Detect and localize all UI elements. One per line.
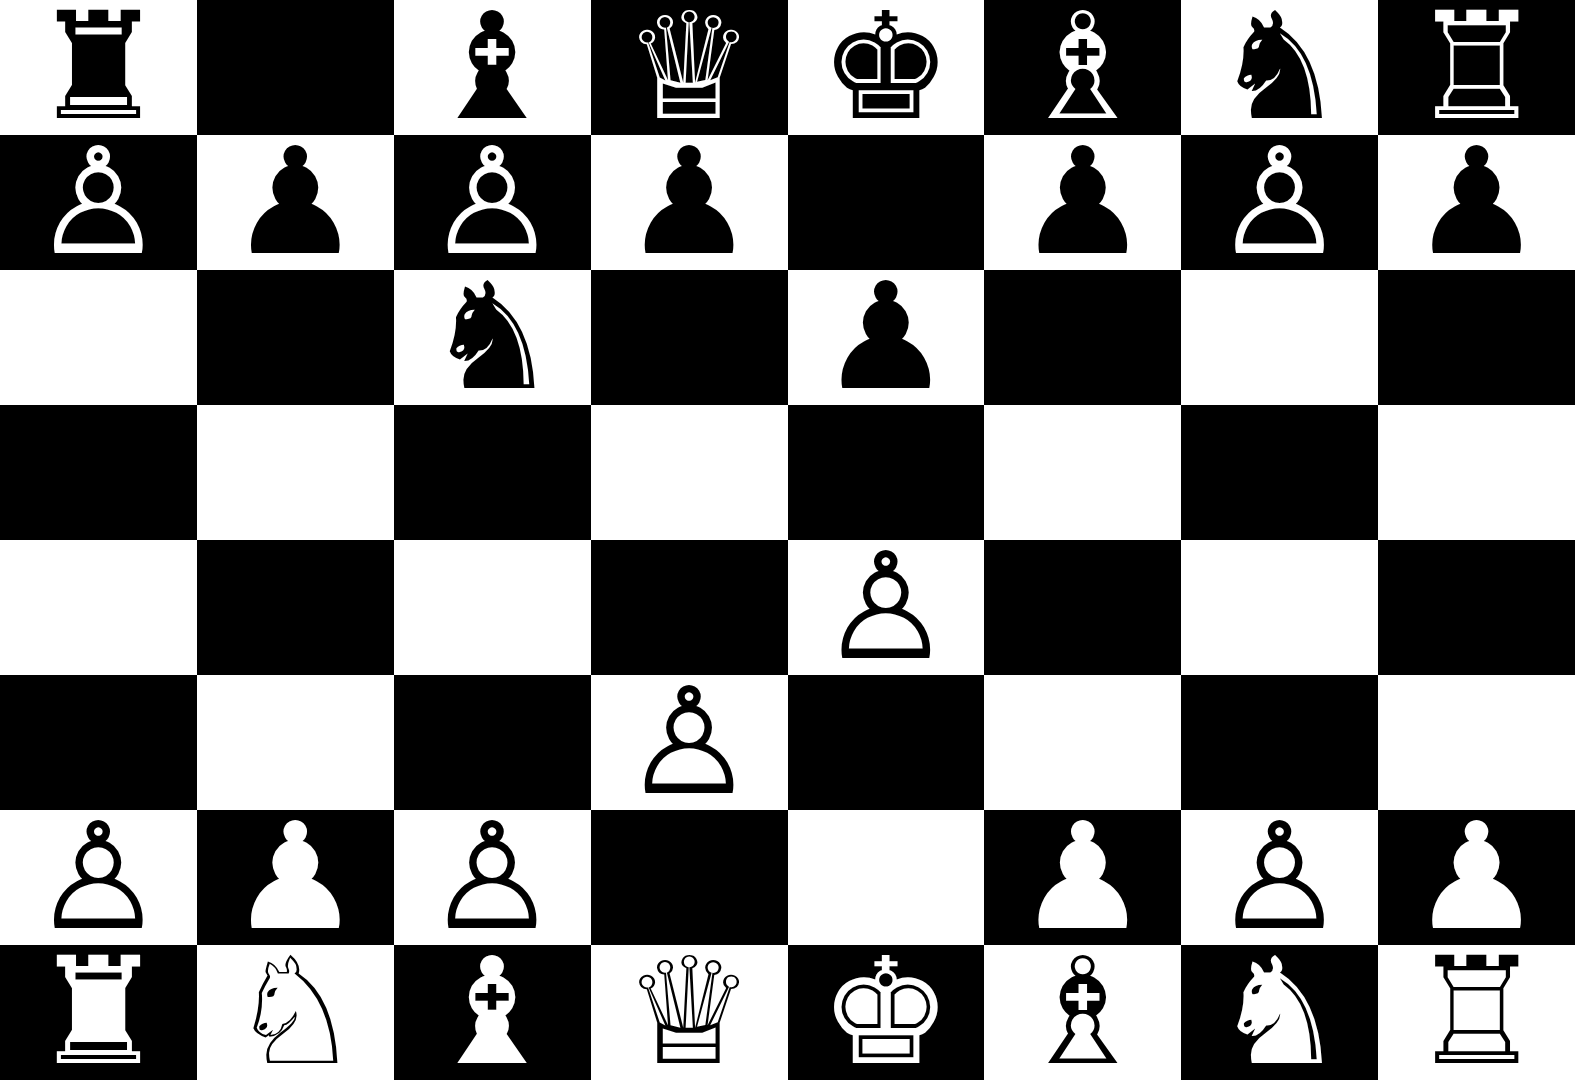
- square-g8[interactable]: ♞: [1181, 0, 1378, 135]
- square-g2[interactable]: ♙: [1181, 810, 1378, 945]
- square-b2[interactable]: ♟: [197, 810, 394, 945]
- white-king-icon[interactable]: ♚: [820, 945, 953, 1080]
- black-rook-icon[interactable]: ♖: [1410, 0, 1543, 135]
- black-pawn-icon[interactable]: ♙: [32, 135, 165, 270]
- square-e4[interactable]: ♙: [788, 540, 985, 675]
- white-rook-icon[interactable]: ♖: [1410, 945, 1543, 1080]
- square-h5[interactable]: [1378, 405, 1575, 540]
- black-pawn-icon[interactable]: ♟: [229, 135, 362, 270]
- square-g7[interactable]: ♙: [1181, 135, 1378, 270]
- square-f6[interactable]: [984, 270, 1181, 405]
- white-knight-icon[interactable]: ♘: [229, 945, 362, 1080]
- square-h4[interactable]: [1378, 540, 1575, 675]
- white-pawn-icon[interactable]: ♟: [229, 810, 362, 945]
- white-rook-icon[interactable]: ♜: [32, 945, 165, 1080]
- square-b1[interactable]: ♘: [197, 945, 394, 1080]
- white-pawn-icon[interactable]: ♙: [623, 675, 756, 810]
- square-b8[interactable]: [197, 0, 394, 135]
- square-h1[interactable]: ♖: [1378, 945, 1575, 1080]
- square-f3[interactable]: [984, 675, 1181, 810]
- black-pawn-icon[interactable]: ♟: [623, 135, 756, 270]
- square-d7[interactable]: ♟: [591, 135, 788, 270]
- square-c4[interactable]: [394, 540, 591, 675]
- square-f5[interactable]: [984, 405, 1181, 540]
- square-c5[interactable]: [394, 405, 591, 540]
- black-pawn-icon[interactable]: ♙: [426, 135, 559, 270]
- square-d5[interactable]: [591, 405, 788, 540]
- white-pawn-icon[interactable]: ♙: [426, 810, 559, 945]
- square-a4[interactable]: [0, 540, 197, 675]
- white-queen-icon[interactable]: ♕: [623, 945, 756, 1080]
- square-a2[interactable]: ♙: [0, 810, 197, 945]
- square-e3[interactable]: [788, 675, 985, 810]
- square-b3[interactable]: [197, 675, 394, 810]
- white-pawn-icon[interactable]: ♙: [820, 540, 953, 675]
- white-bishop-icon[interactable]: ♗: [1016, 945, 1149, 1080]
- square-d3[interactable]: ♙: [591, 675, 788, 810]
- white-bishop-icon[interactable]: ♝: [426, 945, 559, 1080]
- black-bishop-icon[interactable]: ♝: [426, 0, 559, 135]
- black-knight-icon[interactable]: ♞: [426, 270, 559, 405]
- square-h2[interactable]: ♟: [1378, 810, 1575, 945]
- white-pawn-icon[interactable]: ♙: [1213, 810, 1346, 945]
- square-d4[interactable]: [591, 540, 788, 675]
- square-g6[interactable]: [1181, 270, 1378, 405]
- black-queen-icon[interactable]: ♕: [623, 0, 756, 135]
- square-e6[interactable]: ♟: [788, 270, 985, 405]
- square-h6[interactable]: [1378, 270, 1575, 405]
- square-h3[interactable]: [1378, 675, 1575, 810]
- black-pawn-icon[interactable]: ♙: [1213, 135, 1346, 270]
- square-h8[interactable]: ♖: [1378, 0, 1575, 135]
- square-g5[interactable]: [1181, 405, 1378, 540]
- square-d8[interactable]: ♕: [591, 0, 788, 135]
- white-pawn-icon[interactable]: ♟: [1016, 810, 1149, 945]
- black-king-icon[interactable]: ♚: [820, 0, 953, 135]
- square-a6[interactable]: [0, 270, 197, 405]
- square-d2[interactable]: [591, 810, 788, 945]
- square-g1[interactable]: ♞: [1181, 945, 1378, 1080]
- square-a5[interactable]: [0, 405, 197, 540]
- square-e2[interactable]: [788, 810, 985, 945]
- square-b4[interactable]: [197, 540, 394, 675]
- square-c6[interactable]: ♞: [394, 270, 591, 405]
- square-c8[interactable]: ♝: [394, 0, 591, 135]
- square-c1[interactable]: ♝: [394, 945, 591, 1080]
- square-c2[interactable]: ♙: [394, 810, 591, 945]
- square-c7[interactable]: ♙: [394, 135, 591, 270]
- square-e1[interactable]: ♚: [788, 945, 985, 1080]
- square-d6[interactable]: [591, 270, 788, 405]
- white-pawn-icon[interactable]: ♟: [1410, 810, 1543, 945]
- square-f4[interactable]: [984, 540, 1181, 675]
- square-e7[interactable]: [788, 135, 985, 270]
- black-rook-icon[interactable]: ♜: [32, 0, 165, 135]
- square-d1[interactable]: ♕: [591, 945, 788, 1080]
- square-f2[interactable]: ♟: [984, 810, 1181, 945]
- square-e5[interactable]: [788, 405, 985, 540]
- black-bishop-icon[interactable]: ♗: [1016, 0, 1149, 135]
- square-b7[interactable]: ♟: [197, 135, 394, 270]
- square-a7[interactable]: ♙: [0, 135, 197, 270]
- square-g3[interactable]: [1181, 675, 1378, 810]
- black-pawn-icon[interactable]: ♟: [820, 270, 953, 405]
- black-knight-icon[interactable]: ♞: [1213, 0, 1346, 135]
- square-f8[interactable]: ♗: [984, 0, 1181, 135]
- square-b6[interactable]: [197, 270, 394, 405]
- square-g4[interactable]: [1181, 540, 1378, 675]
- white-knight-icon[interactable]: ♞: [1213, 945, 1346, 1080]
- square-a3[interactable]: [0, 675, 197, 810]
- square-b5[interactable]: [197, 405, 394, 540]
- square-a1[interactable]: ♜: [0, 945, 197, 1080]
- square-f1[interactable]: ♗: [984, 945, 1181, 1080]
- white-pawn-icon[interactable]: ♙: [32, 810, 165, 945]
- square-f7[interactable]: ♟: [984, 135, 1181, 270]
- chess-board: ♜♝♕♚♗♞♖♙♟♙♟♟♙♟♞♟♙♙♙♟♙♟♙♟♜♘♝♕♚♗♞♖: [0, 0, 1575, 1080]
- square-a8[interactable]: ♜: [0, 0, 197, 135]
- square-c3[interactable]: [394, 675, 591, 810]
- square-h7[interactable]: ♟: [1378, 135, 1575, 270]
- square-e8[interactable]: ♚: [788, 0, 985, 135]
- black-pawn-icon[interactable]: ♟: [1016, 135, 1149, 270]
- black-pawn-icon[interactable]: ♟: [1410, 135, 1543, 270]
